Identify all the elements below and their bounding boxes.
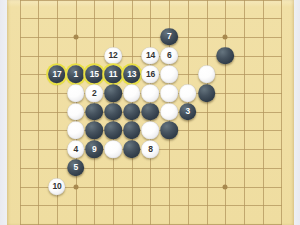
stone-white-move-8: 8 — [142, 140, 160, 158]
stone-move-number: 1 — [73, 70, 77, 79]
grid-line-horizontal — [20, 37, 283, 38]
stone-move-number: 2 — [92, 89, 96, 98]
stone-white — [142, 84, 160, 102]
stone-black-move-1-winning: 1 — [67, 66, 85, 84]
stone-black-move-11-winning: 11 — [104, 66, 122, 84]
stone-black — [160, 122, 178, 140]
stone-move-number: 17 — [52, 70, 61, 79]
stone-white — [142, 122, 160, 140]
right-margin-strip — [294, 0, 300, 225]
stone-black — [198, 84, 216, 102]
stone-white-move-2: 2 — [86, 84, 104, 102]
stone-black — [123, 122, 141, 140]
stone-black-move-3: 3 — [179, 103, 197, 121]
left-margin-strip — [0, 0, 7, 225]
stone-black — [86, 122, 104, 140]
stone-white-move-10: 10 — [48, 178, 66, 196]
stone-move-number: 11 — [109, 70, 117, 79]
stone-move-number: 9 — [92, 145, 96, 154]
gomoku-board[interactable]: 7121461711511131623498510 — [7, 0, 294, 225]
stone-black — [123, 103, 141, 121]
stone-move-number: 4 — [73, 145, 77, 154]
stone-black-move-7: 7 — [160, 28, 178, 46]
stone-white — [123, 84, 141, 102]
stone-move-number: 16 — [146, 70, 155, 79]
stone-move-number: 6 — [167, 51, 171, 60]
stone-move-number: 14 — [146, 51, 155, 60]
stone-move-number: 13 — [127, 70, 136, 79]
stone-black — [216, 47, 234, 65]
stone-move-number: 3 — [186, 107, 190, 116]
star-point — [73, 184, 78, 189]
grid-line-horizontal — [20, 168, 283, 169]
star-point — [73, 34, 78, 39]
stone-black — [104, 122, 122, 140]
stone-black-move-15-winning: 15 — [86, 66, 104, 84]
stone-black-move-9: 9 — [86, 140, 104, 158]
stone-move-number: 5 — [73, 164, 77, 173]
grid-line-horizontal — [20, 0, 283, 1]
stone-move-number: 10 — [52, 182, 61, 191]
stone-white — [160, 66, 178, 84]
stone-move-number: 7 — [167, 33, 171, 42]
grid-line-horizontal — [20, 18, 283, 19]
stone-white — [67, 84, 85, 102]
stone-move-number: 12 — [109, 51, 118, 60]
stone-white — [198, 66, 216, 84]
stone-black-move-5: 5 — [67, 159, 85, 177]
grid-line-horizontal — [20, 205, 283, 206]
stone-white-move-16: 16 — [142, 66, 160, 84]
stone-white-move-14: 14 — [142, 47, 160, 65]
stone-black-move-17-winning: 17 — [48, 66, 66, 84]
stone-white-move-4: 4 — [67, 140, 85, 158]
stone-black — [86, 103, 104, 121]
stone-white — [67, 122, 85, 140]
stone-black — [142, 103, 160, 121]
stone-white — [67, 103, 85, 121]
stone-white — [179, 84, 197, 102]
stone-move-number: 15 — [90, 70, 99, 79]
stone-black-move-13-winning: 13 — [123, 66, 141, 84]
star-point — [223, 184, 228, 189]
stone-white-move-6: 6 — [160, 47, 178, 65]
stone-move-number: 8 — [148, 145, 152, 154]
gomoku-app-screen: 7121461711511131623498510 — [0, 0, 300, 225]
stone-white — [104, 140, 122, 158]
stone-white — [160, 84, 178, 102]
stone-black — [123, 140, 141, 158]
stone-white-move-12: 12 — [104, 47, 122, 65]
stone-black — [104, 103, 122, 121]
stone-white — [160, 103, 178, 121]
stone-black — [104, 84, 122, 102]
star-point — [223, 34, 228, 39]
grid-line-horizontal — [20, 224, 283, 225]
